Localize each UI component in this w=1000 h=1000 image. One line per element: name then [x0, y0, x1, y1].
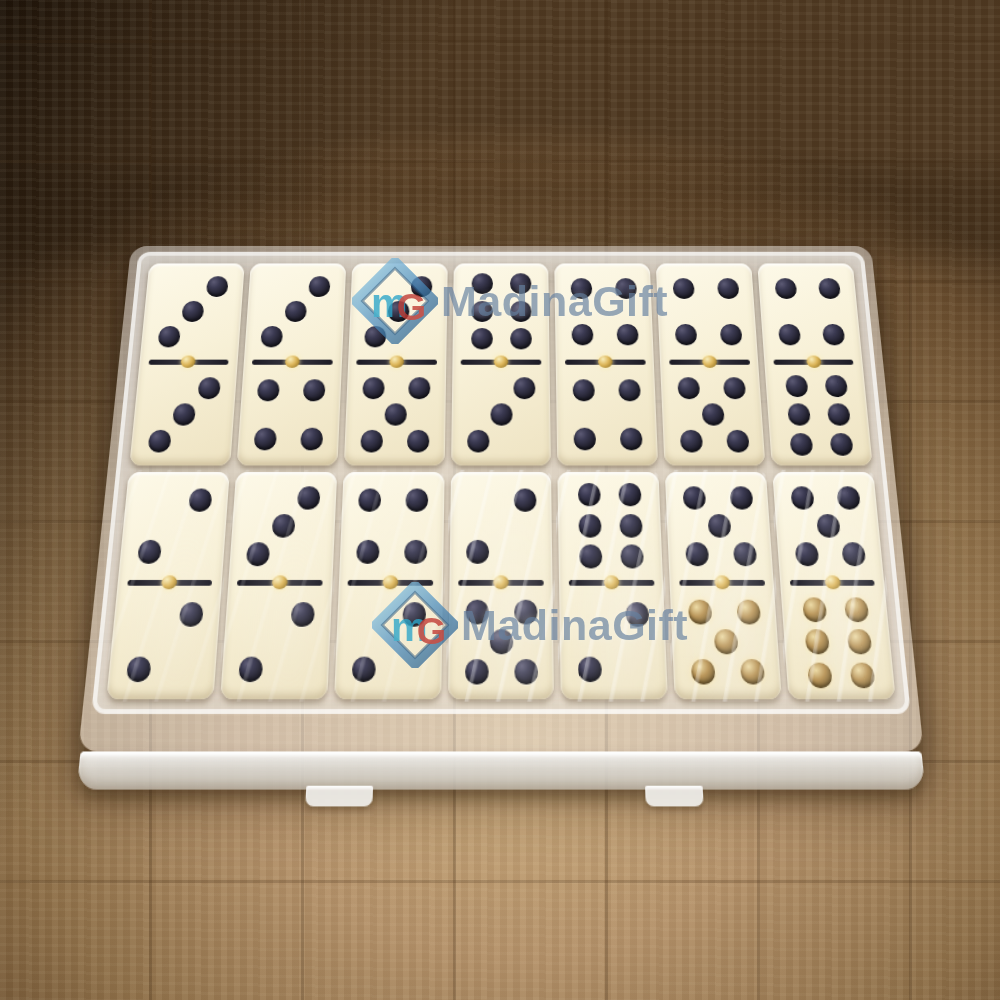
pip [361, 430, 384, 453]
pip [842, 542, 867, 566]
pip [826, 404, 850, 426]
domino-tile[interactable] [106, 472, 229, 699]
domino-case [78, 246, 923, 751]
pip [297, 486, 321, 509]
case-clasp-tab[interactable] [305, 786, 373, 807]
domino-tile[interactable] [236, 263, 346, 465]
pip [472, 273, 493, 294]
pip [618, 380, 641, 402]
pip [471, 301, 492, 322]
pip [789, 433, 813, 456]
pip [829, 433, 853, 456]
domino-row-front [106, 472, 895, 699]
domino-half-bottom [344, 364, 446, 465]
pip [467, 430, 489, 453]
domino-half-bottom [660, 364, 765, 465]
domino-tile[interactable] [656, 263, 766, 465]
pip [616, 324, 638, 345]
pip [579, 545, 602, 569]
domino-tile[interactable] [344, 263, 448, 465]
domino-half-bottom [451, 364, 552, 465]
pip [680, 430, 703, 453]
pip [691, 659, 716, 684]
domino-half-top [140, 263, 245, 359]
pip [384, 404, 407, 426]
pip [573, 380, 595, 402]
pip [404, 540, 427, 564]
pip [816, 514, 841, 538]
domino-half-top [228, 472, 336, 579]
pip [849, 663, 875, 688]
pip [619, 514, 642, 538]
pip [465, 659, 489, 684]
pip [137, 540, 162, 564]
pip [363, 378, 386, 400]
pip [625, 602, 649, 627]
pip [352, 657, 376, 682]
pip [807, 663, 833, 688]
domino-half-bottom [765, 364, 873, 465]
domino-half-bottom [781, 585, 896, 699]
pip [402, 602, 426, 627]
pip [732, 542, 756, 566]
pip [729, 486, 753, 509]
case-tray [91, 252, 911, 714]
pip [571, 278, 593, 299]
domino-half-top [339, 472, 444, 579]
pip [471, 328, 493, 349]
pip [514, 600, 537, 625]
pip [300, 428, 323, 451]
pip [739, 659, 764, 684]
domino-half-top [772, 472, 883, 579]
pip [157, 326, 180, 347]
pip [514, 488, 537, 511]
pip [688, 600, 712, 625]
pip [514, 659, 538, 684]
pip [682, 486, 706, 509]
pip [303, 380, 326, 402]
domino-tile[interactable] [555, 263, 659, 465]
pip [179, 602, 204, 627]
pip [716, 278, 739, 299]
domino-tile[interactable] [558, 472, 668, 699]
domino-half-bottom [129, 364, 237, 465]
domino-half-bottom [220, 585, 332, 699]
pip [490, 629, 513, 654]
pip [672, 278, 694, 299]
pip [182, 301, 205, 322]
pip [510, 273, 531, 294]
pip [675, 324, 698, 345]
pip [466, 600, 489, 625]
pip [513, 378, 535, 400]
domino-tile[interactable] [665, 472, 782, 699]
pip [510, 328, 532, 349]
pip [804, 629, 829, 654]
pip [466, 540, 489, 564]
pip [411, 276, 433, 297]
pip [794, 542, 819, 566]
pip [308, 276, 330, 297]
pip [822, 324, 845, 345]
pip [620, 545, 644, 569]
domino-tile[interactable] [334, 472, 444, 699]
pip [726, 430, 750, 453]
domino-half-bottom [556, 364, 658, 465]
pip [578, 514, 601, 538]
pip [257, 380, 280, 402]
pip [618, 483, 641, 506]
pip [206, 276, 229, 297]
pip [291, 602, 315, 627]
pip [388, 301, 410, 322]
case-clasp-tab[interactable] [645, 786, 704, 807]
domino-half-top [555, 263, 654, 359]
pip [358, 488, 381, 511]
case-front-edge [77, 751, 926, 789]
pip [843, 597, 868, 622]
domino-half-bottom [560, 585, 669, 699]
domino-half-top [757, 263, 862, 359]
pip [713, 629, 738, 654]
pip [837, 486, 862, 509]
domino-row-rear [129, 263, 872, 465]
pip [774, 278, 797, 299]
domino-half-bottom [106, 585, 221, 699]
pip [722, 378, 745, 400]
pip [147, 430, 171, 453]
pip [572, 324, 594, 345]
pip [510, 301, 532, 322]
pip [787, 404, 811, 426]
pip [578, 483, 601, 506]
domino-half-top [656, 263, 758, 359]
pip [802, 597, 827, 622]
domino-tile[interactable] [772, 472, 895, 699]
domino-half-top [118, 472, 229, 579]
pip [239, 657, 264, 682]
domino-half-top [452, 263, 550, 359]
pip [778, 324, 801, 345]
pip [365, 326, 387, 347]
domino-tile[interactable] [451, 263, 552, 465]
pip [125, 657, 151, 682]
domino-tile[interactable] [757, 263, 872, 465]
pip [405, 488, 428, 511]
pip [790, 486, 814, 509]
pip [188, 488, 212, 511]
domino-tile[interactable] [447, 472, 554, 699]
domino-half-top [558, 472, 663, 579]
pip [574, 428, 597, 451]
domino-tile[interactable] [129, 263, 244, 465]
domino-tile[interactable] [220, 472, 337, 699]
pip [846, 629, 872, 654]
pip [615, 278, 637, 299]
pip [254, 428, 278, 451]
pip [407, 430, 430, 453]
pip [818, 278, 841, 299]
pip [707, 514, 731, 538]
pip [198, 378, 222, 400]
pip [246, 542, 270, 566]
domino-set-photo: m G MadinaGift m G MadinaGift [0, 0, 1000, 1000]
pip [824, 375, 848, 397]
pip [261, 326, 284, 347]
pip [785, 375, 809, 397]
domino-half-top [348, 263, 447, 359]
pip [719, 324, 742, 345]
pip [490, 404, 512, 426]
domino-half-bottom [447, 585, 554, 699]
pip [408, 378, 430, 400]
domino-half-top [449, 472, 553, 579]
pip [578, 657, 602, 682]
pip [685, 542, 709, 566]
pip [619, 428, 642, 451]
pip [285, 301, 308, 322]
pip [272, 514, 296, 538]
pip [701, 404, 724, 426]
pip [173, 404, 197, 426]
pip [356, 540, 380, 564]
domino-half-bottom [236, 364, 341, 465]
domino-half-bottom [670, 585, 782, 699]
pip [736, 600, 761, 625]
domino-half-top [665, 472, 773, 579]
domino-half-top [244, 263, 346, 359]
domino-half-bottom [334, 585, 443, 699]
pip [677, 378, 700, 400]
